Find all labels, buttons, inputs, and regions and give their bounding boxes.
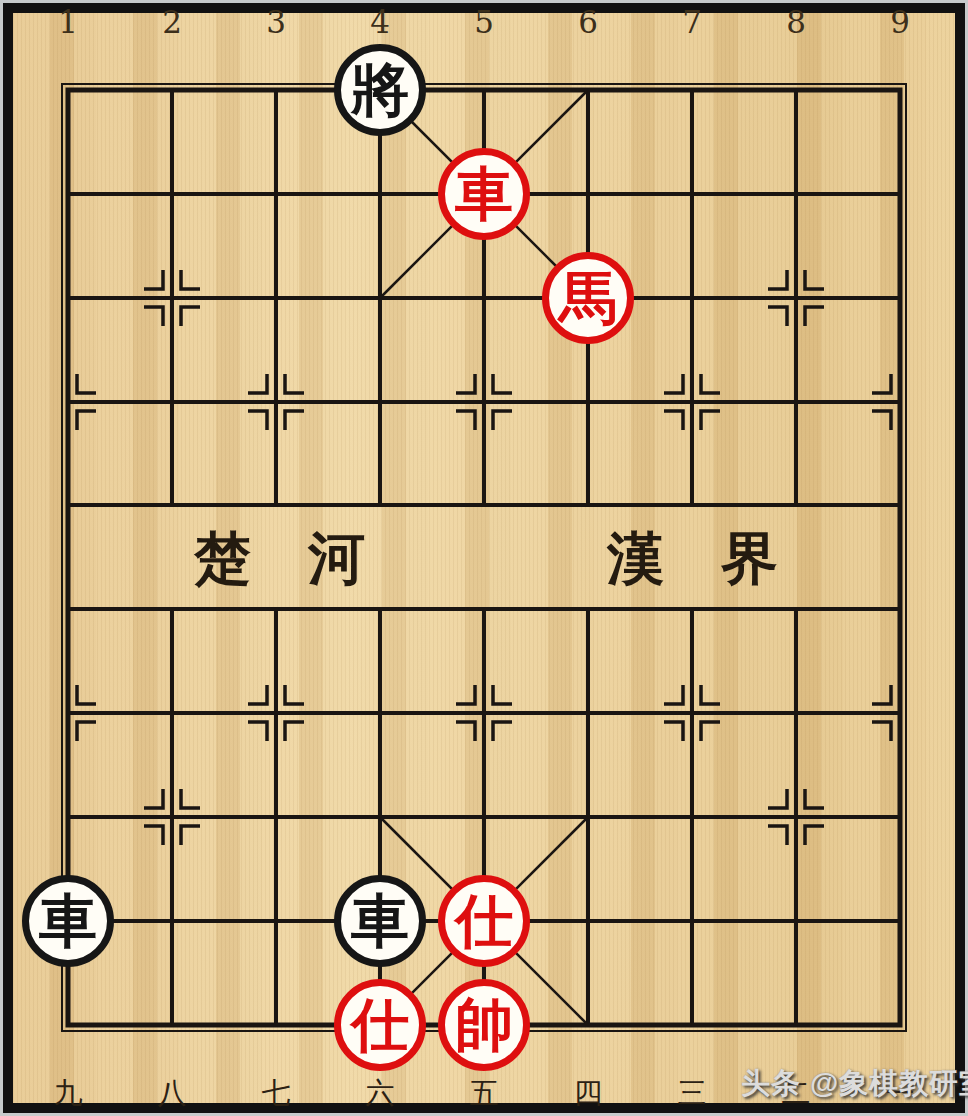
file-label-top-3: 3 [266, 7, 286, 38]
file-label-bottom-5: 五 [470, 1079, 499, 1108]
file-label-bottom-2: 八 [158, 1079, 187, 1108]
piece-glyph: 仕 [455, 892, 513, 950]
piece-glyph: 馬 [559, 269, 617, 327]
file-label-top-7: 7 [682, 7, 702, 38]
piece-black-general[interactable]: 將 [334, 44, 426, 136]
piece-glyph: 車 [455, 165, 513, 223]
file-label-bottom-1: 九 [54, 1079, 83, 1108]
file-label-top-4: 4 [370, 7, 390, 38]
file-label-top-9: 9 [890, 7, 910, 38]
piece-red-chariot[interactable]: 車 [438, 148, 530, 240]
file-label-top-1: 1 [58, 7, 78, 38]
piece-black-chariot[interactable]: 車 [22, 875, 114, 967]
file-label-top-2: 2 [162, 7, 182, 38]
piece-glyph: 車 [39, 892, 97, 950]
piece-glyph: 仕 [351, 996, 409, 1054]
file-label-bottom-3: 七 [262, 1079, 291, 1108]
piece-red-horse[interactable]: 馬 [542, 252, 634, 344]
file-label-bottom-7: 三 [678, 1079, 707, 1108]
file-label-top-8: 8 [786, 7, 806, 38]
watermark: 头条 @象棋教研室 [741, 1064, 968, 1104]
piece-glyph: 車 [351, 892, 409, 950]
piece-red-advisor[interactable]: 仕 [334, 979, 426, 1071]
xiangqi-diagram: 楚河 漢界 123456789 九八七六五四三二一 將車馬車車仕仕帥 头条 @象… [0, 0, 968, 1116]
piece-glyph: 將 [351, 61, 409, 119]
piece-red-general[interactable]: 帥 [438, 979, 530, 1071]
file-label-top-6: 6 [578, 7, 598, 38]
file-label-bottom-6: 四 [574, 1079, 603, 1108]
file-label-bottom-4: 六 [366, 1079, 395, 1108]
piece-black-chariot[interactable]: 車 [334, 875, 426, 967]
piece-glyph: 帥 [455, 996, 513, 1054]
board-grid[interactable]: 將車馬車車仕仕帥 [16, 38, 952, 1077]
piece-red-advisor[interactable]: 仕 [438, 875, 530, 967]
file-label-top-5: 5 [474, 7, 494, 38]
